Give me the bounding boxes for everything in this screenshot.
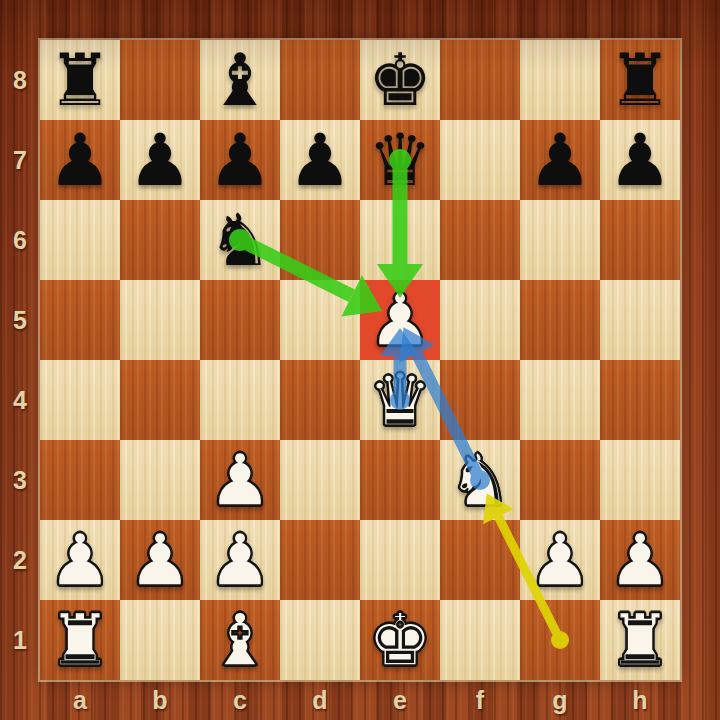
black-pawn-g7[interactable]: ♟ — [520, 120, 600, 200]
black-pawn-a7[interactable]: ♟ — [40, 120, 120, 200]
square-b7[interactable]: ♟ — [120, 120, 200, 200]
rank-label-3: 3 — [0, 440, 40, 520]
file-label-f: f — [440, 680, 520, 720]
square-h1[interactable]: ♜ — [600, 600, 680, 680]
white-pawn-e5[interactable]: ♟ — [360, 280, 440, 360]
black-queen-e7[interactable]: ♛ — [360, 120, 440, 200]
white-pawn-c2[interactable]: ♟ — [200, 520, 280, 600]
square-h5[interactable] — [600, 280, 680, 360]
square-g1[interactable] — [520, 600, 600, 680]
square-c3[interactable]: ♟ — [200, 440, 280, 520]
square-d1[interactable] — [280, 600, 360, 680]
white-pawn-b2[interactable]: ♟ — [120, 520, 200, 600]
black-bishop-c8[interactable]: ♝ — [200, 40, 280, 120]
square-d3[interactable] — [280, 440, 360, 520]
square-a6[interactable] — [40, 200, 120, 280]
file-label-e: e — [360, 680, 440, 720]
square-d8[interactable] — [280, 40, 360, 120]
square-f2[interactable] — [440, 520, 520, 600]
square-c5[interactable] — [200, 280, 280, 360]
square-f6[interactable] — [440, 200, 520, 280]
square-b5[interactable] — [120, 280, 200, 360]
square-f8[interactable] — [440, 40, 520, 120]
square-d6[interactable] — [280, 200, 360, 280]
square-d5[interactable] — [280, 280, 360, 360]
square-d4[interactable] — [280, 360, 360, 440]
square-c7[interactable]: ♟ — [200, 120, 280, 200]
black-rook-h8[interactable]: ♜ — [600, 40, 680, 120]
square-c1[interactable]: ♝ — [200, 600, 280, 680]
square-h3[interactable] — [600, 440, 680, 520]
square-e5-highlighted[interactable]: ♟ — [360, 280, 440, 360]
white-pawn-h2[interactable]: ♟ — [600, 520, 680, 600]
square-e4[interactable]: ♛ — [360, 360, 440, 440]
square-h6[interactable] — [600, 200, 680, 280]
square-a3[interactable] — [40, 440, 120, 520]
white-queen-e4[interactable]: ♛ — [360, 360, 440, 440]
file-label-g: g — [520, 680, 600, 720]
rank-label-4: 4 — [0, 360, 40, 440]
square-a2[interactable]: ♟ — [40, 520, 120, 600]
black-pawn-d7[interactable]: ♟ — [280, 120, 360, 200]
rank-label-6: 6 — [0, 200, 40, 280]
square-b3[interactable] — [120, 440, 200, 520]
white-bishop-c1[interactable]: ♝ — [200, 600, 280, 680]
square-g8[interactable] — [520, 40, 600, 120]
square-b1[interactable] — [120, 600, 200, 680]
white-pawn-c3[interactable]: ♟ — [200, 440, 280, 520]
square-e8[interactable]: ♚ — [360, 40, 440, 120]
square-g6[interactable] — [520, 200, 600, 280]
black-king-e8[interactable]: ♚ — [360, 40, 440, 120]
square-f1[interactable] — [440, 600, 520, 680]
white-rook-a1[interactable]: ♜ — [40, 600, 120, 680]
square-c6[interactable]: ♞ — [200, 200, 280, 280]
black-rook-a8[interactable]: ♜ — [40, 40, 120, 120]
square-d7[interactable]: ♟ — [280, 120, 360, 200]
square-g4[interactable] — [520, 360, 600, 440]
file-label-h: h — [600, 680, 680, 720]
square-f5[interactable] — [440, 280, 520, 360]
square-c4[interactable] — [200, 360, 280, 440]
file-label-c: c — [200, 680, 280, 720]
white-pawn-a2[interactable]: ♟ — [40, 520, 120, 600]
rank-label-5: 5 — [0, 280, 40, 360]
file-label-d: d — [280, 680, 360, 720]
file-labels: abcdefgh — [40, 680, 680, 720]
black-knight-c6[interactable]: ♞ — [200, 200, 280, 280]
white-king-e1[interactable]: ♚ — [360, 600, 440, 680]
square-b2[interactable]: ♟ — [120, 520, 200, 600]
chess-board: 87654321 abcdefgh ♜♝♚♜♟♟♟♟♛♟♟♞♟♛♟♞♟♟♟♟♟♜… — [0, 0, 720, 720]
rank-labels: 87654321 — [0, 40, 40, 680]
rank-label-1: 1 — [0, 600, 40, 680]
file-label-a: a — [40, 680, 120, 720]
square-h2[interactable]: ♟ — [600, 520, 680, 600]
rank-label-2: 2 — [0, 520, 40, 600]
square-a4[interactable] — [40, 360, 120, 440]
square-b4[interactable] — [120, 360, 200, 440]
square-e6[interactable] — [360, 200, 440, 280]
square-a5[interactable] — [40, 280, 120, 360]
white-knight-f3[interactable]: ♞ — [440, 440, 520, 520]
square-c2[interactable]: ♟ — [200, 520, 280, 600]
square-a1[interactable]: ♜ — [40, 600, 120, 680]
square-f7[interactable] — [440, 120, 520, 200]
square-d2[interactable] — [280, 520, 360, 600]
square-c8[interactable]: ♝ — [200, 40, 280, 120]
square-f4[interactable] — [440, 360, 520, 440]
square-f3[interactable]: ♞ — [440, 440, 520, 520]
square-g7[interactable]: ♟ — [520, 120, 600, 200]
square-a7[interactable]: ♟ — [40, 120, 120, 200]
black-pawn-b7[interactable]: ♟ — [120, 120, 200, 200]
square-h7[interactable]: ♟ — [600, 120, 680, 200]
square-h4[interactable] — [600, 360, 680, 440]
square-e7[interactable]: ♛ — [360, 120, 440, 200]
square-g5[interactable] — [520, 280, 600, 360]
square-g2[interactable]: ♟ — [520, 520, 600, 600]
black-pawn-h7[interactable]: ♟ — [600, 120, 680, 200]
square-b6[interactable] — [120, 200, 200, 280]
white-rook-h1[interactable]: ♜ — [600, 600, 680, 680]
black-pawn-c7[interactable]: ♟ — [200, 120, 280, 200]
square-h8[interactable]: ♜ — [600, 40, 680, 120]
rank-label-7: 7 — [0, 120, 40, 200]
white-pawn-g2[interactable]: ♟ — [520, 520, 600, 600]
board-grid: ♜♝♚♜♟♟♟♟♛♟♟♞♟♛♟♞♟♟♟♟♟♜♝♚♜ — [40, 40, 680, 680]
rank-label-8: 8 — [0, 40, 40, 120]
square-e3[interactable] — [360, 440, 440, 520]
square-a8[interactable]: ♜ — [40, 40, 120, 120]
square-e1[interactable]: ♚ — [360, 600, 440, 680]
square-b8[interactable] — [120, 40, 200, 120]
square-g3[interactable] — [520, 440, 600, 520]
square-e2[interactable] — [360, 520, 440, 600]
file-label-b: b — [120, 680, 200, 720]
